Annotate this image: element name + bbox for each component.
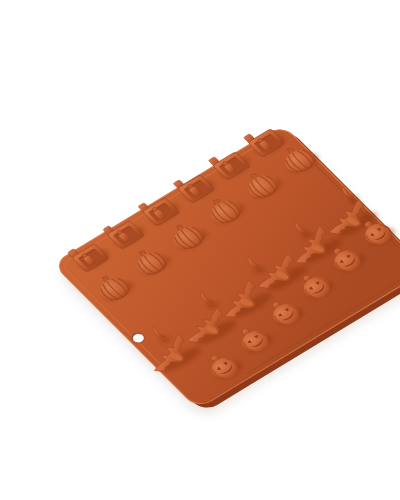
product-photo — [40, 16, 400, 500]
mold-tray — [42, 115, 400, 417]
mold-photo-canvas — [40, 16, 400, 500]
